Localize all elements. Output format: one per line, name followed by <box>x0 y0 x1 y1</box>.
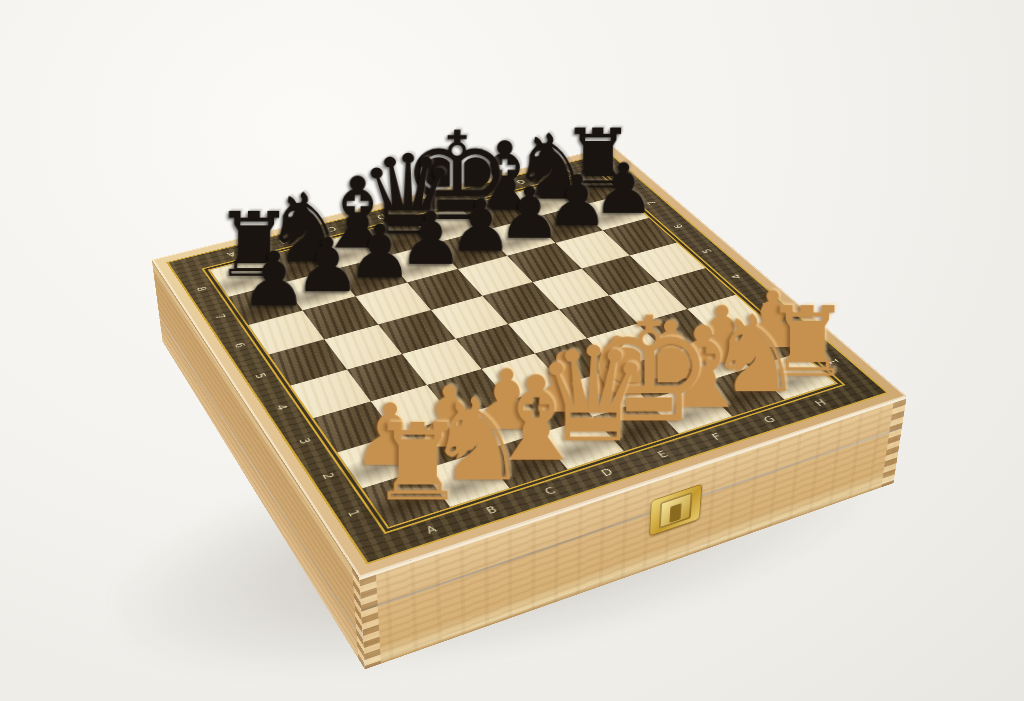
rank-label-6: 6 <box>652 217 704 236</box>
square-a7: ♟ <box>229 283 303 325</box>
chess-box-top: ABCDEFGH ABCDEFGH 87654321 87654321 ♜♞♝♛… <box>152 145 907 577</box>
square-a1: ♜ <box>362 470 450 527</box>
rank-label-5: 5 <box>680 241 733 260</box>
stage: ABCDEFGH ABCDEFGH 87654321 87654321 ♜♞♝♛… <box>0 0 1024 701</box>
brass-clasp-icon <box>649 484 702 537</box>
scene: ABCDEFGH ABCDEFGH 87654321 87654321 ♜♞♝♛… <box>0 0 1024 701</box>
black-pawn-a7: ♟ <box>240 244 308 316</box>
white-rook-a1: ♜ <box>370 412 465 513</box>
